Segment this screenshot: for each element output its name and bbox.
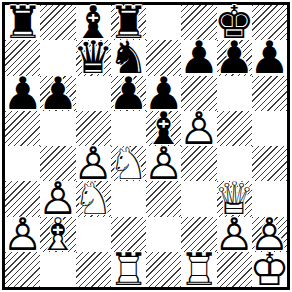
- square-f1[interactable]: ♜♖: [181, 252, 216, 287]
- piece-white-pawn-a2: ♟♙: [5, 217, 40, 252]
- square-g6[interactable]: [217, 76, 252, 111]
- square-h5[interactable]: [252, 111, 287, 146]
- square-e2[interactable]: [146, 217, 181, 252]
- square-g5[interactable]: [217, 111, 252, 146]
- square-h1[interactable]: ♚♔: [252, 252, 287, 287]
- square-e8[interactable]: [146, 5, 181, 40]
- piece-white-king-h1: ♚♔: [252, 252, 287, 287]
- square-a8[interactable]: ♜: [5, 5, 40, 40]
- piece-black-pawn-a6: ♟: [5, 76, 40, 111]
- piece-outline-glyph: ♘: [76, 181, 111, 216]
- piece-white-bishop-b2: ♝♗: [40, 217, 75, 252]
- square-a4[interactable]: [5, 146, 40, 181]
- square-b1[interactable]: [40, 252, 75, 287]
- square-c3[interactable]: ♞♘: [76, 181, 111, 216]
- square-b6[interactable]: ♟: [40, 76, 75, 111]
- square-b5[interactable]: [40, 111, 75, 146]
- piece-outline-glyph: ♙: [217, 217, 252, 252]
- square-a1[interactable]: [5, 252, 40, 287]
- square-f5[interactable]: ♟♙: [181, 111, 216, 146]
- square-c6[interactable]: [76, 76, 111, 111]
- square-c2[interactable]: [76, 217, 111, 252]
- piece-white-pawn-e4: ♟♙: [146, 146, 181, 181]
- square-d3[interactable]: [111, 181, 146, 216]
- square-a6[interactable]: ♟: [5, 76, 40, 111]
- square-b8[interactable]: [40, 5, 75, 40]
- piece-white-rook-f1: ♜♖: [181, 252, 216, 287]
- square-f4[interactable]: [181, 146, 216, 181]
- piece-outline-glyph: ♔: [252, 252, 287, 287]
- piece-outline-glyph: ♙: [181, 111, 216, 146]
- piece-black-pawn-b6: ♟: [40, 76, 75, 111]
- square-f7[interactable]: ♟: [181, 40, 216, 75]
- square-d6[interactable]: ♟: [111, 76, 146, 111]
- square-h6[interactable]: [252, 76, 287, 111]
- piece-black-pawn-d6: ♟: [111, 76, 146, 111]
- piece-outline-glyph: ♘: [111, 146, 146, 181]
- piece-white-knight-d4: ♞♘: [111, 146, 146, 181]
- square-e3[interactable]: [146, 181, 181, 216]
- piece-outline-glyph: ♗: [40, 217, 75, 252]
- square-a2[interactable]: ♟♙: [5, 217, 40, 252]
- piece-white-pawn-g2: ♟♙: [217, 217, 252, 252]
- piece-black-rook-a8: ♜: [5, 5, 40, 40]
- square-h4[interactable]: [252, 146, 287, 181]
- chess-board: ♜♝♜♚♛♞♟♟♟♟♟♟♟♝♟♙♟♙♞♘♟♙♟♙♞♘♛♕♟♙♝♗♟♙♟♙♜♖♜♖…: [5, 5, 287, 287]
- square-g7[interactable]: ♟: [217, 40, 252, 75]
- piece-white-pawn-f5: ♟♙: [181, 111, 216, 146]
- square-f3[interactable]: [181, 181, 216, 216]
- square-c7[interactable]: ♛: [76, 40, 111, 75]
- piece-outline-glyph: ♖: [181, 252, 216, 287]
- square-e1[interactable]: [146, 252, 181, 287]
- square-b2[interactable]: ♝♗: [40, 217, 75, 252]
- piece-outline-glyph: ♙: [146, 146, 181, 181]
- piece-outline-glyph: ♙: [5, 217, 40, 252]
- board-frame: ♜♝♜♚♛♞♟♟♟♟♟♟♟♝♟♙♟♙♞♘♟♙♟♙♞♘♛♕♟♙♝♗♟♙♟♙♜♖♜♖…: [2, 2, 290, 290]
- square-g1[interactable]: [217, 252, 252, 287]
- piece-black-pawn-h7: ♟: [252, 40, 287, 75]
- square-c1[interactable]: [76, 252, 111, 287]
- piece-white-rook-d1: ♜♖: [111, 252, 146, 287]
- square-d1[interactable]: ♜♖: [111, 252, 146, 287]
- square-g2[interactable]: ♟♙: [217, 217, 252, 252]
- piece-outline-glyph: ♖: [111, 252, 146, 287]
- piece-black-pawn-g7: ♟: [217, 40, 252, 75]
- square-d4[interactable]: ♞♘: [111, 146, 146, 181]
- chess-diagram: ♜♝♜♚♛♞♟♟♟♟♟♟♟♝♟♙♟♙♞♘♟♙♟♙♞♘♛♕♟♙♝♗♟♙♟♙♜♖♜♖…: [0, 0, 292, 292]
- piece-white-knight-c3: ♞♘: [76, 181, 111, 216]
- square-e4[interactable]: ♟♙: [146, 146, 181, 181]
- square-a5[interactable]: [5, 111, 40, 146]
- piece-black-queen-c7: ♛: [76, 40, 111, 75]
- square-h7[interactable]: ♟: [252, 40, 287, 75]
- piece-black-pawn-f7: ♟: [181, 40, 216, 75]
